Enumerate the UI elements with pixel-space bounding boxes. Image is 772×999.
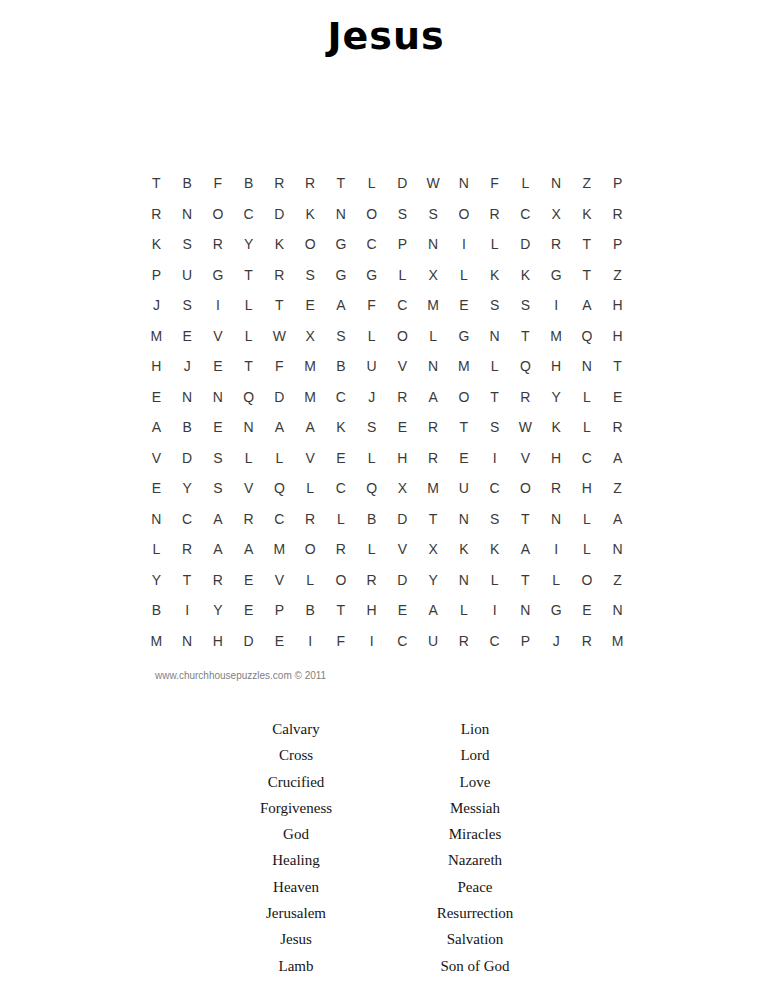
grid-cell[interactable]: T (572, 229, 603, 260)
grid-cell[interactable]: V (141, 443, 172, 474)
word-search-grid: TBFBRRTLDWNFLNZPRNOCDKNOSSORCXKRKSRYKOGC… (141, 168, 633, 656)
grid-cell[interactable]: U (172, 260, 203, 291)
grid-cell[interactable]: V (203, 321, 234, 352)
grid-cell[interactable]: N (602, 534, 633, 565)
word-list-item: Jesus (206, 926, 386, 952)
grid-cell[interactable]: E (295, 290, 326, 321)
grid-cell[interactable]: R (203, 565, 234, 596)
grid-cell[interactable]: S (203, 443, 234, 474)
grid-cell[interactable]: L (541, 565, 572, 596)
grid-cell[interactable]: O (449, 199, 480, 230)
grid-cell[interactable]: A (602, 504, 633, 535)
grid-cell[interactable]: T (233, 260, 264, 291)
grid-cell[interactable]: R (172, 534, 203, 565)
puzzle-title: Jesus (0, 14, 772, 58)
grid-cell[interactable]: O (387, 321, 418, 352)
grid-cell[interactable]: B (326, 351, 357, 382)
grid-cell[interactable]: E (572, 595, 603, 626)
grid-cell[interactable]: G (541, 260, 572, 291)
grid-cell[interactable]: J (172, 351, 203, 382)
grid-cell[interactable]: C (172, 504, 203, 535)
grid-cell[interactable]: L (356, 168, 387, 199)
grid-cell[interactable]: G (203, 260, 234, 291)
grid-cell[interactable]: E (203, 412, 234, 443)
word-list-item: Cross (206, 742, 386, 768)
grid-cell[interactable]: Q (572, 321, 603, 352)
grid-cell[interactable]: A (572, 290, 603, 321)
grid-cell[interactable]: R (602, 412, 633, 443)
word-list-item: Forgiveness (206, 795, 386, 821)
grid-cell[interactable]: N (203, 382, 234, 413)
grid-cell[interactable]: X (418, 534, 449, 565)
grid-cell[interactable]: E (326, 443, 357, 474)
grid-cell[interactable]: A (295, 412, 326, 443)
grid-cell[interactable]: N (602, 595, 633, 626)
grid-cell[interactable]: N (141, 504, 172, 535)
grid-cell[interactable]: N (541, 168, 572, 199)
grid-cell[interactable]: I (172, 595, 203, 626)
grid-cell[interactable]: E (141, 382, 172, 413)
grid-cell[interactable]: E (449, 290, 480, 321)
grid-cell[interactable]: B (356, 504, 387, 535)
grid-cell[interactable]: F (479, 168, 510, 199)
grid-cell[interactable]: A (418, 382, 449, 413)
grid-cell[interactable]: L (572, 504, 603, 535)
grid-cell[interactable]: H (602, 321, 633, 352)
grid-cell[interactable]: S (418, 199, 449, 230)
grid-cell[interactable]: L (233, 443, 264, 474)
grid-cell[interactable]: R (203, 229, 234, 260)
grid-cell[interactable]: R (572, 626, 603, 657)
grid-cell[interactable]: R (418, 443, 449, 474)
grid-cell[interactable]: T (326, 595, 357, 626)
grid-cell[interactable]: I (541, 534, 572, 565)
grid-cell[interactable]: Y (172, 473, 203, 504)
grid-cell[interactable]: S (356, 412, 387, 443)
grid-cell[interactable]: O (203, 199, 234, 230)
grid-cell[interactable]: S (295, 260, 326, 291)
grid-cell[interactable]: T (510, 565, 541, 596)
grid-cell[interactable]: A (326, 290, 357, 321)
grid-cell[interactable]: L (326, 504, 357, 535)
grid-cell[interactable]: Q (356, 473, 387, 504)
grid-cell[interactable]: U (356, 351, 387, 382)
grid-cell[interactable]: V (264, 565, 295, 596)
grid-cell[interactable]: F (356, 290, 387, 321)
copyright-credit: www.churchhousepuzzles.com © 2011 (155, 670, 326, 681)
grid-cell[interactable]: S (172, 290, 203, 321)
grid-cell[interactable]: X (295, 321, 326, 352)
grid-cell[interactable]: R (326, 534, 357, 565)
word-list-item: Miracles (385, 821, 565, 847)
grid-cell[interactable]: T (172, 565, 203, 596)
grid-cell[interactable]: K (541, 412, 572, 443)
grid-cell[interactable]: L (418, 321, 449, 352)
grid-cell[interactable]: C (387, 626, 418, 657)
grid-cell[interactable]: H (572, 473, 603, 504)
word-list-item: God (206, 821, 386, 847)
grid-cell[interactable]: D (264, 199, 295, 230)
grid-cell[interactable]: S (387, 199, 418, 230)
grid-cell[interactable]: R (141, 199, 172, 230)
grid-cell[interactable]: T (510, 321, 541, 352)
grid-cell[interactable]: M (264, 534, 295, 565)
grid-cell[interactable]: P (602, 168, 633, 199)
grid-cell[interactable]: I (295, 626, 326, 657)
grid-cell[interactable]: D (387, 168, 418, 199)
grid-cell[interactable]: D (510, 229, 541, 260)
word-list-item: Healing (206, 847, 386, 873)
grid-cell[interactable]: R (295, 168, 326, 199)
grid-cell[interactable]: W (510, 412, 541, 443)
grid-cell[interactable]: E (233, 565, 264, 596)
grid-cell[interactable]: Q (264, 473, 295, 504)
grid-cell[interactable]: Z (602, 473, 633, 504)
grid-cell[interactable]: N (172, 382, 203, 413)
grid-cell[interactable]: H (356, 595, 387, 626)
grid-cell[interactable]: Q (510, 351, 541, 382)
grid-cell[interactable]: G (326, 229, 357, 260)
grid-cell[interactable]: P (387, 229, 418, 260)
grid-cell[interactable]: T (418, 504, 449, 535)
grid-cell[interactable]: H (387, 443, 418, 474)
grid-cell[interactable]: K (141, 229, 172, 260)
grid-cell[interactable]: D (387, 565, 418, 596)
grid-cell[interactable]: Y (541, 382, 572, 413)
grid-cell[interactable]: Y (203, 595, 234, 626)
grid-cell[interactable]: S (479, 290, 510, 321)
grid-cell[interactable]: N (479, 321, 510, 352)
grid-cell[interactable]: G (356, 260, 387, 291)
grid-cell[interactable]: J (541, 626, 572, 657)
grid-cell[interactable]: L (356, 443, 387, 474)
grid-cell[interactable]: A (141, 412, 172, 443)
grid-cell[interactable]: V (387, 534, 418, 565)
grid-cell[interactable]: C (233, 199, 264, 230)
grid-cell[interactable]: L (479, 565, 510, 596)
grid-cell[interactable]: A (418, 595, 449, 626)
grid-cell[interactable]: L (356, 321, 387, 352)
grid-cell[interactable]: M (602, 626, 633, 657)
word-list-item: Love (385, 769, 565, 795)
grid-cell[interactable]: S (172, 229, 203, 260)
grid-cell[interactable]: L (356, 534, 387, 565)
grid-cell[interactable]: V (510, 443, 541, 474)
grid-cell[interactable]: M (141, 321, 172, 352)
grid-cell[interactable]: K (326, 412, 357, 443)
grid-cell[interactable]: N (326, 199, 357, 230)
grid-cell[interactable]: M (418, 290, 449, 321)
grid-cell[interactable]: E (449, 443, 480, 474)
grid-cell[interactable]: O (295, 534, 326, 565)
grid-cell[interactable]: R (449, 626, 480, 657)
word-list-item: Peace (385, 874, 565, 900)
grid-cell[interactable]: C (479, 626, 510, 657)
grid-cell[interactable]: C (387, 290, 418, 321)
grid-cell[interactable]: S (479, 504, 510, 535)
grid-cell[interactable]: L (479, 351, 510, 382)
grid-cell[interactable]: V (295, 443, 326, 474)
grid-cell[interactable]: N (541, 504, 572, 535)
grid-cell[interactable]: H (203, 626, 234, 657)
grid-cell[interactable]: K (295, 199, 326, 230)
grid-cell[interactable]: U (449, 473, 480, 504)
grid-cell[interactable]: I (479, 595, 510, 626)
grid-cell[interactable]: E (387, 412, 418, 443)
grid-cell[interactable]: I (203, 290, 234, 321)
grid-cell[interactable]: E (141, 473, 172, 504)
grid-cell[interactable]: R (264, 260, 295, 291)
grid-cell[interactable]: P (510, 626, 541, 657)
grid-cell[interactable]: T (479, 382, 510, 413)
word-list-item: Nazareth (385, 847, 565, 873)
grid-cell[interactable]: T (264, 290, 295, 321)
grid-cell[interactable]: T (141, 168, 172, 199)
grid-cell[interactable]: G (541, 595, 572, 626)
grid-cell[interactable]: H (141, 351, 172, 382)
grid-cell[interactable]: C (356, 229, 387, 260)
grid-cell[interactable]: N (572, 351, 603, 382)
grid-cell[interactable]: T (510, 504, 541, 535)
grid-cell[interactable]: R (418, 412, 449, 443)
grid-cell[interactable]: I (449, 229, 480, 260)
grid-cell[interactable]: K (449, 534, 480, 565)
grid-cell[interactable]: N (449, 504, 480, 535)
word-list-column-right: LionLordLoveMessiahMiraclesNazarethPeace… (385, 716, 565, 979)
grid-cell[interactable]: G (326, 260, 357, 291)
grid-cell[interactable]: E (602, 382, 633, 413)
grid-cell[interactable]: O (510, 473, 541, 504)
grid-cell[interactable]: B (172, 412, 203, 443)
grid-cell[interactable]: A (203, 534, 234, 565)
grid-cell[interactable]: D (233, 626, 264, 657)
grid-cell[interactable]: O (449, 382, 480, 413)
grid-cell[interactable]: N (172, 199, 203, 230)
word-list-item: Lord (385, 742, 565, 768)
grid-cell[interactable]: L (572, 412, 603, 443)
grid-cell[interactable]: X (387, 473, 418, 504)
grid-cell[interactable]: V (233, 473, 264, 504)
grid-cell[interactable]: L (387, 260, 418, 291)
grid-cell[interactable]: B (141, 595, 172, 626)
grid-cell[interactable]: R (479, 199, 510, 230)
grid-cell[interactable]: M (295, 351, 326, 382)
grid-cell[interactable]: A (233, 534, 264, 565)
grid-cell[interactable]: O (572, 565, 603, 596)
grid-cell[interactable]: V (387, 351, 418, 382)
grid-cell[interactable]: T (233, 351, 264, 382)
word-list-item: Lamb (206, 953, 386, 979)
grid-cell[interactable]: L (510, 168, 541, 199)
grid-cell[interactable]: X (541, 199, 572, 230)
grid-cell[interactable]: G (449, 321, 480, 352)
grid-cell[interactable]: O (356, 199, 387, 230)
grid-cell[interactable]: A (602, 443, 633, 474)
grid-cell[interactable]: P (141, 260, 172, 291)
grid-cell[interactable]: D (387, 504, 418, 535)
grid-cell[interactable]: F (203, 168, 234, 199)
grid-cell[interactable]: T (572, 260, 603, 291)
word-list-item: Crucified (206, 769, 386, 795)
grid-cell[interactable]: S (326, 321, 357, 352)
word-list-column-left: CalvaryCrossCrucifiedForgivenessGodHeali… (206, 716, 386, 979)
grid-cell[interactable]: N (233, 412, 264, 443)
grid-cell[interactable]: N (449, 168, 480, 199)
grid-cell[interactable]: P (602, 229, 633, 260)
grid-cell[interactable]: O (295, 229, 326, 260)
grid-cell[interactable]: U (418, 626, 449, 657)
grid-cell[interactable]: M (449, 351, 480, 382)
grid-cell[interactable]: I (479, 443, 510, 474)
grid-cell[interactable]: N (449, 565, 480, 596)
grid-cell[interactable]: L (449, 595, 480, 626)
grid-cell[interactable]: N (418, 229, 449, 260)
grid-cell[interactable]: R (264, 168, 295, 199)
grid-cell[interactable]: N (510, 595, 541, 626)
grid-cell[interactable]: I (541, 290, 572, 321)
grid-cell[interactable]: Z (602, 260, 633, 291)
grid-cell[interactable]: D (264, 382, 295, 413)
grid-cell[interactable]: K (479, 260, 510, 291)
grid-cell[interactable]: E (387, 595, 418, 626)
word-list-item: Jerusalem (206, 900, 386, 926)
grid-cell[interactable]: K (264, 229, 295, 260)
grid-cell[interactable]: J (356, 382, 387, 413)
word-list-item: Resurrection (385, 900, 565, 926)
grid-cell[interactable]: F (264, 351, 295, 382)
grid-cell[interactable]: R (387, 382, 418, 413)
grid-cell[interactable]: Z (572, 168, 603, 199)
grid-cell[interactable]: N (172, 626, 203, 657)
grid-cell[interactable]: O (326, 565, 357, 596)
grid-cell[interactable]: C (572, 443, 603, 474)
grid-cell[interactable]: R (356, 565, 387, 596)
word-list-item: Salvation (385, 926, 565, 952)
grid-cell[interactable]: P (264, 595, 295, 626)
grid-cell[interactable]: K (572, 199, 603, 230)
grid-cell[interactable]: T (326, 168, 357, 199)
grid-cell[interactable]: X (418, 260, 449, 291)
grid-cell[interactable]: E (203, 351, 234, 382)
grid-cell[interactable]: T (602, 351, 633, 382)
grid-cell[interactable]: B (233, 168, 264, 199)
grid-cell[interactable]: A (510, 534, 541, 565)
grid-cell[interactable]: L (295, 565, 326, 596)
grid-cell[interactable]: K (510, 260, 541, 291)
grid-cell[interactable]: S (510, 290, 541, 321)
grid-cell[interactable]: L (233, 321, 264, 352)
grid-cell[interactable]: H (602, 290, 633, 321)
grid-cell[interactable]: M (295, 382, 326, 413)
word-list-item: Calvary (206, 716, 386, 742)
grid-cell[interactable]: H (541, 351, 572, 382)
word-list-item: Heaven (206, 874, 386, 900)
grid-cell[interactable]: C (479, 473, 510, 504)
grid-cell[interactable]: Y (141, 565, 172, 596)
grid-cell[interactable]: A (264, 412, 295, 443)
grid-cell[interactable]: R (233, 504, 264, 535)
grid-cell[interactable]: L (449, 260, 480, 291)
grid-cell[interactable]: Y (233, 229, 264, 260)
grid-cell[interactable]: L (233, 290, 264, 321)
grid-cell[interactable]: L (572, 382, 603, 413)
grid-cell[interactable]: L (572, 534, 603, 565)
grid-cell[interactable]: E (264, 626, 295, 657)
grid-cell[interactable]: J (141, 290, 172, 321)
grid-cell[interactable]: E (233, 595, 264, 626)
worksheet-page: Jesus TBFBRRTLDWNFLNZPRNOCDKNOSSORCXKRKS… (0, 0, 772, 999)
grid-cell[interactable]: E (172, 321, 203, 352)
grid-cell[interactable]: B (295, 595, 326, 626)
grid-cell[interactable]: D (172, 443, 203, 474)
grid-cell[interactable]: M (541, 321, 572, 352)
grid-cell[interactable]: L (479, 229, 510, 260)
grid-cell[interactable]: S (479, 412, 510, 443)
word-list-item: Son of God (385, 953, 565, 979)
grid-cell[interactable]: L (264, 443, 295, 474)
grid-cell[interactable]: C (326, 473, 357, 504)
grid-cell[interactable]: R (541, 473, 572, 504)
grid-cell[interactable]: T (449, 412, 480, 443)
grid-cell[interactable]: F (326, 626, 357, 657)
grid-cell[interactable]: L (295, 473, 326, 504)
grid-cell[interactable]: C (326, 382, 357, 413)
grid-cell[interactable]: R (602, 199, 633, 230)
grid-cell[interactable]: Y (418, 565, 449, 596)
grid-cell[interactable]: S (203, 473, 234, 504)
word-list-item: Messiah (385, 795, 565, 821)
grid-cell[interactable]: A (203, 504, 234, 535)
grid-cell[interactable]: W (264, 321, 295, 352)
grid-cell[interactable]: R (295, 504, 326, 535)
grid-cell[interactable]: M (141, 626, 172, 657)
grid-cell[interactable]: R (510, 382, 541, 413)
grid-cell[interactable]: B (172, 168, 203, 199)
grid-cell[interactable]: L (141, 534, 172, 565)
grid-cell[interactable]: C (264, 504, 295, 535)
grid-cell[interactable]: I (356, 626, 387, 657)
grid-cell[interactable]: M (418, 473, 449, 504)
grid-cell[interactable]: R (541, 229, 572, 260)
grid-cell[interactable]: Z (602, 565, 633, 596)
grid-cell[interactable]: W (418, 168, 449, 199)
grid-cell[interactable]: N (418, 351, 449, 382)
grid-cell[interactable]: H (541, 443, 572, 474)
word-list-item: Lion (385, 716, 565, 742)
grid-cell[interactable]: K (479, 534, 510, 565)
grid-cell[interactable]: Q (233, 382, 264, 413)
grid-cell[interactable]: C (510, 199, 541, 230)
